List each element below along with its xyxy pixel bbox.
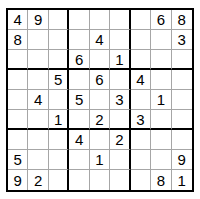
cell-r5c6[interactable]: 3 (110, 90, 130, 110)
cell-r4c5[interactable]: 6 (90, 70, 110, 90)
cell-r2c4[interactable] (69, 30, 89, 50)
cell-r6c6[interactable] (110, 110, 130, 130)
cell-r5c4[interactable]: 5 (69, 90, 89, 110)
cell-r4c6[interactable] (110, 70, 130, 90)
cell-r8c5[interactable]: 1 (90, 150, 110, 170)
cell-r7c1[interactable] (8, 130, 28, 150)
cell-r4c8[interactable] (151, 70, 171, 90)
cell-r7c4[interactable]: 4 (69, 130, 89, 150)
cell-r9c3[interactable] (49, 170, 69, 190)
cell-r2c7[interactable] (131, 30, 151, 50)
cell-r3c7[interactable] (131, 50, 151, 70)
cell-r9c8[interactable]: 8 (151, 170, 171, 190)
cell-r4c9[interactable] (172, 70, 192, 90)
cell-r2c6[interactable] (110, 30, 130, 50)
cell-r7c7[interactable] (131, 130, 151, 150)
cell-r6c8[interactable] (151, 110, 171, 130)
cell-r9c9[interactable]: 1 (172, 170, 192, 190)
cell-r6c4[interactable] (69, 110, 89, 130)
cell-r2c3[interactable] (49, 30, 69, 50)
cell-r3c1[interactable] (8, 50, 28, 70)
cell-r8c3[interactable] (49, 150, 69, 170)
cell-r8c4[interactable] (69, 150, 89, 170)
cell-r9c7[interactable] (131, 170, 151, 190)
cell-r1c1[interactable]: 4 (8, 10, 28, 30)
cell-r5c8[interactable]: 1 (151, 90, 171, 110)
cell-r3c2[interactable] (28, 50, 48, 70)
cell-r8c2[interactable] (28, 150, 48, 170)
cell-r6c3[interactable]: 1 (49, 110, 69, 130)
cell-r1c5[interactable] (90, 10, 110, 30)
cell-r2c8[interactable] (151, 30, 171, 50)
cell-r1c9[interactable]: 8 (172, 10, 192, 30)
cell-r2c1[interactable]: 8 (8, 30, 28, 50)
cell-r7c8[interactable] (151, 130, 171, 150)
cell-r1c4[interactable] (69, 10, 89, 30)
cell-r4c3[interactable]: 5 (49, 70, 69, 90)
cell-r2c5[interactable]: 4 (90, 30, 110, 50)
cell-r9c6[interactable] (110, 170, 130, 190)
cell-r1c6[interactable] (110, 10, 130, 30)
cell-r5c7[interactable] (131, 90, 151, 110)
cell-r9c4[interactable] (69, 170, 89, 190)
cell-r6c7[interactable]: 3 (131, 110, 151, 130)
cell-r7c2[interactable] (28, 130, 48, 150)
cell-r6c9[interactable] (172, 110, 192, 130)
cell-r4c4[interactable] (69, 70, 89, 90)
cell-r6c5[interactable]: 2 (90, 110, 110, 130)
cell-r3c8[interactable] (151, 50, 171, 70)
cell-r9c2[interactable]: 2 (28, 170, 48, 190)
cell-r9c1[interactable]: 9 (8, 170, 28, 190)
cell-r3c9[interactable] (172, 50, 192, 70)
cell-r3c3[interactable] (49, 50, 69, 70)
cell-r5c5[interactable] (90, 90, 110, 110)
cell-r8c1[interactable]: 5 (8, 150, 28, 170)
cell-r1c2[interactable]: 9 (28, 10, 48, 30)
cell-r1c7[interactable] (131, 10, 151, 30)
cell-r1c8[interactable]: 6 (151, 10, 171, 30)
cell-r2c2[interactable] (28, 30, 48, 50)
cell-r8c6[interactable] (110, 150, 130, 170)
cell-r7c5[interactable] (90, 130, 110, 150)
cell-r5c3[interactable] (49, 90, 69, 110)
cell-r2c9[interactable]: 3 (172, 30, 192, 50)
cell-r4c7[interactable]: 4 (131, 70, 151, 90)
cell-r9c5[interactable] (90, 170, 110, 190)
cell-r7c9[interactable] (172, 130, 192, 150)
cell-r8c7[interactable] (131, 150, 151, 170)
sudoku-board: 4968843615644531123425199281 (6, 8, 194, 192)
sudoku-page: 4968843615644531123425199281 (0, 0, 200, 199)
cell-r7c6[interactable]: 2 (110, 130, 130, 150)
cell-r3c4[interactable]: 6 (69, 50, 89, 70)
cell-r7c3[interactable] (49, 130, 69, 150)
cell-r5c2[interactable]: 4 (28, 90, 48, 110)
cell-r8c9[interactable]: 9 (172, 150, 192, 170)
cell-r4c1[interactable] (8, 70, 28, 90)
cell-r5c9[interactable] (172, 90, 192, 110)
cell-r4c2[interactable] (28, 70, 48, 90)
cell-r6c1[interactable] (8, 110, 28, 130)
cell-r8c8[interactable] (151, 150, 171, 170)
cell-r6c2[interactable] (28, 110, 48, 130)
cell-r3c5[interactable] (90, 50, 110, 70)
cell-r1c3[interactable] (49, 10, 69, 30)
cell-r5c1[interactable] (8, 90, 28, 110)
cell-r3c6[interactable]: 1 (110, 50, 130, 70)
